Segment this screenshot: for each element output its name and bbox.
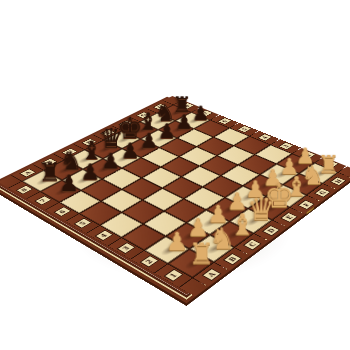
coord-right-rank-7-label: 7 (198, 110, 213, 117)
piece-contact-shadow (223, 229, 243, 242)
piece-contact-shadow (151, 135, 168, 144)
coord-left-rank-6-label: 6 (53, 207, 71, 217)
piece-contact-shadow (55, 165, 74, 175)
piece-contact-shadow (94, 164, 113, 174)
coord-left-rank-5-label: 5 (73, 218, 92, 229)
piece-contact-shadow (95, 145, 113, 154)
piece-contact-shadow (203, 242, 224, 256)
coord-right-rank-8-label: 8 (180, 103, 194, 110)
piece-contact-shadow (243, 215, 263, 227)
product-photo: ABCDEFGH8♜♞♝♛♚♝♞♜87♟♟♟♟♟♟♟♟7665544332♟♟♟… (0, 0, 350, 350)
piece-contact-shadow (179, 230, 200, 243)
piece-contact-shadow (114, 154, 132, 164)
piece-contact-shadow (182, 257, 204, 271)
coord-left-rank-1-label: 1 (163, 269, 183, 282)
coord-right-rank-6-label: 6 (217, 118, 232, 125)
piece-contact-shadow (288, 159, 305, 169)
piece-contact-shadow (33, 176, 53, 187)
board-grid: ABCDEFGH8♜♞♝♛♚♝♞♜87♟♟♟♟♟♟♟♟7665544332♟♟♟… (0, 98, 348, 291)
coord-left-rank-4-label: 4 (94, 230, 113, 241)
piece-contact-shadow (272, 170, 290, 180)
piece-contact-shadow (133, 144, 151, 153)
piece-contact-shadow (150, 118, 167, 126)
piece-contact-shadow (76, 155, 95, 165)
coord-right-rank-2-label: 2 (300, 151, 316, 159)
piece-contact-shadow (255, 181, 273, 192)
piece-contact-shadow (114, 136, 132, 145)
piece-contact-shadow (219, 204, 239, 216)
coord-right-rank-4-label: 4 (257, 134, 272, 142)
piece-contact-shadow (199, 217, 219, 229)
coord-left-rank-2-label: 2 (139, 255, 159, 267)
board-scene: ABCDEFGH8♜♞♝♛♚♝♞♜87♟♟♟♟♟♟♟♟7665544332♟♟♟… (0, 0, 350, 350)
piece-contact-shadow (52, 186, 72, 197)
coord-left-rank-3-label: 3 (116, 242, 135, 254)
piece-contact-shadow (237, 192, 256, 203)
piece-contact-shadow (157, 244, 179, 258)
piece-contact-shadow (169, 126, 186, 134)
piece-contact-shadow (167, 109, 183, 117)
piece-contact-shadow (186, 117, 203, 125)
coord-left-rank-7-label: 7 (34, 196, 52, 206)
piece-contact-shadow (279, 191, 298, 202)
coord-right-rank-5-label: 5 (237, 126, 252, 133)
piece-contact-shadow (261, 203, 280, 215)
chess-board: ABCDEFGH8♜♞♝♛♚♝♞♜87♟♟♟♟♟♟♟♟7665544332♟♟♟… (0, 97, 350, 295)
piece-contact-shadow (133, 126, 150, 135)
piece-contact-shadow (73, 175, 93, 185)
coord-right-rank-2: 2 (293, 148, 323, 163)
square-b3 (144, 212, 186, 236)
piece-contact-shadow (295, 180, 313, 191)
piece-contact-shadow (311, 169, 328, 179)
coord-left-rank-8-label: 8 (15, 185, 33, 195)
